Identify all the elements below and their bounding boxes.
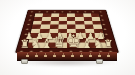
piece-cell-e1: ♚ <box>66 32 81 49</box>
piece-white-bishop[interactable]: ♝ <box>41 37 53 50</box>
chess-set-photo: ♟♟♟♟♟♟♟♟ ♜♞♝♛♚♝♞♜ <box>0 0 135 75</box>
piece-white-king[interactable]: ♚ <box>66 33 81 50</box>
piece-white-queen[interactable]: ♛ <box>52 35 65 50</box>
piece-white-knight[interactable]: ♞ <box>93 38 104 50</box>
piece-white-rook[interactable]: ♜ <box>20 39 30 50</box>
piece-white-knight[interactable]: ♞ <box>30 38 41 50</box>
piece-white-rook[interactable]: ♜ <box>103 39 113 50</box>
piece-cell-h1: ♜ <box>103 38 113 49</box>
ornament-dots <box>21 53 113 57</box>
piece-cell-f1: ♝ <box>81 36 93 49</box>
piece-cell-b1: ♞ <box>30 37 41 49</box>
white-back-rank: ♜♞♝♛♚♝♞♜ <box>20 26 110 49</box>
brass-clasp-right-icon <box>96 59 103 64</box>
piece-white-bishop[interactable]: ♝ <box>81 37 93 50</box>
piece-cell-d1: ♛ <box>52 34 65 49</box>
brass-clasp-left-icon <box>21 59 28 64</box>
piece-cell-c1: ♝ <box>41 36 53 49</box>
piece-cell-a1: ♜ <box>20 38 30 49</box>
piece-cell-g1: ♞ <box>93 37 104 49</box>
